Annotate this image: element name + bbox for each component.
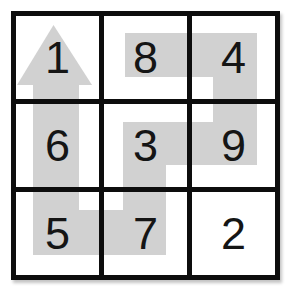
cell-r2c2[interactable]: 2 bbox=[192, 192, 275, 275]
cell-r0c0[interactable]: 1 bbox=[16, 16, 99, 99]
cell-grid: 1 8 4 6 3 9 5 7 2 bbox=[16, 16, 275, 275]
cell-r1c2[interactable]: 9 bbox=[192, 104, 275, 187]
cell-r2c1[interactable]: 7 bbox=[104, 192, 187, 275]
cell-r0c1[interactable]: 8 bbox=[104, 16, 187, 99]
cell-r2c0[interactable]: 5 bbox=[16, 192, 99, 275]
puzzle-board: 1 8 4 6 3 9 5 7 2 bbox=[11, 11, 280, 280]
cell-r0c2[interactable]: 4 bbox=[192, 16, 275, 99]
cell-r1c0[interactable]: 6 bbox=[16, 104, 99, 187]
cell-r1c1[interactable]: 3 bbox=[104, 104, 187, 187]
puzzle-image: 1 8 4 6 3 9 5 7 2 bbox=[0, 0, 289, 293]
